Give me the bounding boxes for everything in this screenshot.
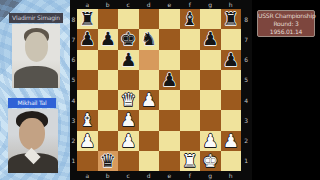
top-player-name: Vladimir Simagin [9, 13, 63, 23]
rank-label-5-right: 5 [241, 70, 252, 90]
square-b3 [98, 110, 119, 130]
square-c4: ♛ [118, 90, 139, 110]
event-info-box: USSR Championship Round: 3 1956.01.14 [257, 10, 315, 37]
square-c5 [118, 70, 139, 90]
event-title: USSR Championship [258, 12, 314, 20]
rank-label-3-left: 3 [70, 110, 77, 130]
square-d1 [139, 151, 160, 171]
file-label-g-bottom: g [200, 171, 221, 180]
event-panel: USSR Championship Round: 3 1956.01.14 [252, 0, 320, 180]
piece-black-rook: ♜ [79, 9, 95, 29]
piece-black-king: ♚ [120, 29, 136, 49]
square-f4 [180, 90, 201, 110]
file-label-d-bottom: d [139, 171, 160, 180]
file-label-a-bottom: a [77, 171, 98, 180]
square-e3 [159, 110, 180, 130]
bottom-player-name: Mikhail Tal [8, 98, 56, 108]
square-f7 [180, 29, 201, 49]
square-f1: ♜ [180, 151, 201, 171]
square-g1: ♚ [200, 151, 221, 171]
piece-white-pawn: ♟ [79, 131, 95, 151]
square-c6: ♟ [118, 50, 139, 70]
piece-white-queen: ♛ [120, 90, 136, 110]
square-a4 [77, 90, 98, 110]
square-h1 [221, 151, 242, 171]
file-label-g-top: g [200, 0, 221, 9]
rank-label-1-right: 1 [241, 151, 252, 171]
square-a7: ♟ [77, 29, 98, 49]
square-a1 [77, 151, 98, 171]
top-player-photo [12, 24, 60, 88]
piece-black-knight: ♞ [141, 29, 157, 49]
rank-label-2-left: 2 [70, 131, 77, 151]
square-b7: ♟ [98, 29, 119, 49]
piece-black-pawn: ♟ [161, 70, 177, 90]
square-b4 [98, 90, 119, 110]
piece-white-pawn: ♟ [120, 131, 136, 151]
rank-label-4-left: 4 [70, 90, 77, 110]
piece-black-rook: ♜ [223, 9, 239, 29]
rank-label-8-right: 8 [241, 9, 252, 29]
piece-black-pawn: ♟ [202, 29, 218, 49]
piece-white-pawn: ♟ [120, 110, 136, 130]
piece-white-pawn: ♟ [141, 90, 157, 110]
rank-label-7-right: 7 [241, 29, 252, 49]
square-b5 [98, 70, 119, 90]
square-b8 [98, 9, 119, 29]
rank-label-1-left: 1 [70, 151, 77, 171]
rank-label-4-right: 4 [241, 90, 252, 110]
rank-label-6-left: 6 [70, 50, 77, 70]
square-e6 [159, 50, 180, 70]
square-b6 [98, 50, 119, 70]
file-label-e-top: e [159, 0, 180, 9]
event-round: Round: 3 [258, 20, 314, 28]
square-c3: ♟ [118, 110, 139, 130]
square-h4 [221, 90, 242, 110]
rank-label-6-right: 6 [241, 50, 252, 70]
square-g7: ♟ [200, 29, 221, 49]
rank-label-7-left: 7 [70, 29, 77, 49]
piece-black-bishop: ♝ [182, 9, 198, 29]
square-h7 [221, 29, 242, 49]
square-e7 [159, 29, 180, 49]
portrait-body [14, 66, 58, 88]
square-e2 [159, 131, 180, 151]
square-f6 [180, 50, 201, 70]
event-date: 1956.01.14 [258, 28, 314, 36]
piece-black-pawn: ♟ [100, 29, 116, 49]
chess-board: abcdefgh8♜♝♜87♟♟♚♞♟76♟♟65♟54♛♟43♝♟32♟♟♟♟… [70, 0, 252, 180]
square-a3: ♝ [77, 110, 98, 130]
square-g2: ♟ [200, 131, 221, 151]
bottom-player-photo [8, 109, 58, 173]
file-label-b-top: b [98, 0, 119, 9]
piece-white-bishop: ♝ [79, 110, 95, 130]
square-h2: ♟ [221, 131, 242, 151]
board-frame-corner [241, 171, 252, 180]
piece-white-pawn: ♟ [202, 131, 218, 151]
square-h3 [221, 110, 242, 130]
square-f2 [180, 131, 201, 151]
square-c2: ♟ [118, 131, 139, 151]
board-frame-corner [70, 171, 77, 180]
square-e4 [159, 90, 180, 110]
file-label-b-bottom: b [98, 171, 119, 180]
file-label-a-top: a [77, 0, 98, 9]
square-e8 [159, 9, 180, 29]
file-label-f-bottom: f [180, 171, 201, 180]
piece-black-pawn: ♟ [120, 50, 136, 70]
portrait-face [19, 118, 45, 150]
square-h5 [221, 70, 242, 90]
square-c8 [118, 9, 139, 29]
square-a5 [77, 70, 98, 90]
piece-white-king: ♚ [202, 151, 218, 171]
square-g6 [200, 50, 221, 70]
square-d6 [139, 50, 160, 70]
rank-label-8-left: 8 [70, 9, 77, 29]
square-d4: ♟ [139, 90, 160, 110]
square-b2 [98, 131, 119, 151]
square-e5: ♟ [159, 70, 180, 90]
rank-label-2-right: 2 [241, 131, 252, 151]
square-c7: ♚ [118, 29, 139, 49]
piece-white-rook: ♜ [182, 151, 198, 171]
file-label-h-top: h [221, 0, 242, 9]
piece-black-queen: ♛ [100, 151, 116, 171]
square-d5 [139, 70, 160, 90]
square-g4 [200, 90, 221, 110]
square-f3 [180, 110, 201, 130]
square-d3 [139, 110, 160, 130]
piece-black-pawn: ♟ [79, 29, 95, 49]
square-f5 [180, 70, 201, 90]
rank-label-3-right: 3 [241, 110, 252, 130]
square-a2: ♟ [77, 131, 98, 151]
square-g3 [200, 110, 221, 130]
file-label-h-bottom: h [221, 171, 242, 180]
video-frame: Vladimir Simagin Mikhail Tal abcdefgh8♜♝… [0, 0, 320, 180]
square-h6: ♟ [221, 50, 242, 70]
file-label-d-top: d [139, 0, 160, 9]
square-g5 [200, 70, 221, 90]
piece-black-pawn: ♟ [223, 50, 239, 70]
square-d7: ♞ [139, 29, 160, 49]
square-d2 [139, 131, 160, 151]
file-label-c-bottom: c [118, 171, 139, 180]
file-label-e-bottom: e [159, 171, 180, 180]
file-label-c-top: c [118, 0, 139, 9]
square-b1: ♛ [98, 151, 119, 171]
square-a6 [77, 50, 98, 70]
players-panel: Vladimir Simagin Mikhail Tal [0, 0, 70, 180]
square-e1 [159, 151, 180, 171]
rank-label-5-left: 5 [70, 70, 77, 90]
portrait-face [25, 32, 48, 62]
square-d8 [139, 9, 160, 29]
square-h8: ♜ [221, 9, 242, 29]
square-g8 [200, 9, 221, 29]
piece-white-pawn: ♟ [223, 131, 239, 151]
square-f8: ♝ [180, 9, 201, 29]
square-c1 [118, 151, 139, 171]
square-a8: ♜ [77, 9, 98, 29]
board-frame-corner [241, 0, 252, 9]
file-label-f-top: f [180, 0, 201, 9]
board-frame-corner [70, 0, 77, 9]
